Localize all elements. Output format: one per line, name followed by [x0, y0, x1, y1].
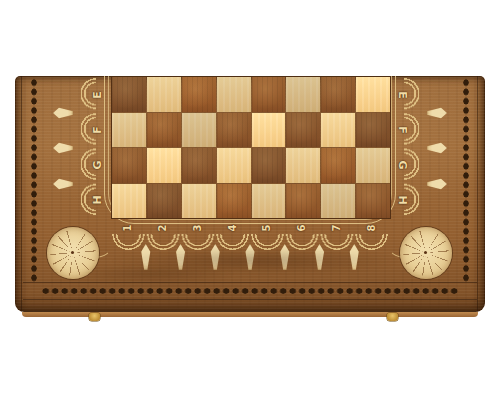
rank-label-right-h: H — [395, 193, 409, 207]
rank-label-left-e: E — [91, 88, 105, 102]
board-square — [252, 148, 286, 183]
edge-groove-bottom-lower — [23, 299, 477, 300]
board-square — [286, 113, 320, 148]
board-square — [147, 184, 181, 219]
board-square — [147, 148, 181, 183]
tulip-drop-ornament — [348, 244, 360, 270]
palmette-ornament-right-2 — [427, 141, 447, 155]
palmette-ornament-left-3 — [53, 177, 73, 191]
board-square — [147, 77, 181, 112]
board-square — [217, 113, 251, 148]
tulip-drop-ornament — [279, 244, 291, 270]
board-square — [217, 148, 251, 183]
tulip-drop-ornament — [209, 244, 221, 270]
product-photo: E F G H E F G H 1 2 3 4 5 6 7 8 — [0, 0, 500, 400]
board-square — [182, 77, 216, 112]
board-square — [286, 77, 320, 112]
eternity-rosette-right — [400, 227, 452, 279]
chess-board — [111, 77, 391, 219]
file-label-4: 4 — [226, 221, 240, 235]
board-square — [182, 148, 216, 183]
board-square — [286, 184, 320, 219]
file-label-3: 3 — [191, 221, 205, 235]
tulip-drop-ornament — [314, 244, 326, 270]
board-square — [321, 113, 355, 148]
rank-label-left-f: F — [91, 123, 105, 137]
board-square — [321, 184, 355, 219]
rank-label-left-g: G — [91, 158, 105, 172]
brass-hinge-right — [387, 313, 398, 321]
file-label-7: 7 — [330, 221, 344, 235]
board-square — [182, 113, 216, 148]
carved-bead-border-right — [460, 78, 472, 282]
file-label-8: 8 — [365, 221, 379, 235]
board-square — [112, 184, 146, 219]
board-square — [112, 113, 146, 148]
board-square — [356, 184, 390, 219]
board-square — [217, 77, 251, 112]
board-square — [286, 148, 320, 183]
palmette-ornament-left-2 — [53, 141, 73, 155]
file-label-6: 6 — [295, 221, 309, 235]
rank-label-right-f: F — [395, 123, 409, 137]
tulip-drop-ornament — [140, 244, 152, 270]
palmette-ornament-right-3 — [427, 177, 447, 191]
file-label-2: 2 — [156, 221, 170, 235]
board-square — [252, 77, 286, 112]
edge-groove-right — [477, 76, 478, 312]
brass-hinge-left — [89, 313, 100, 321]
carved-bead-border-left — [28, 78, 40, 282]
board-square — [147, 113, 181, 148]
rank-label-right-e: E — [395, 88, 409, 102]
carved-bead-border-bottom — [41, 285, 459, 297]
file-label-5: 5 — [260, 221, 274, 235]
board-square — [321, 77, 355, 112]
edge-groove-bottom-upper — [23, 282, 477, 283]
board-square — [112, 148, 146, 183]
rank-label-left-h: H — [91, 193, 105, 207]
palmette-ornament-left-1 — [53, 106, 73, 120]
board-square — [252, 113, 286, 148]
wood-stain-overlay-2 — [75, 264, 235, 284]
chess-box-lid: E F G H E F G H 1 2 3 4 5 6 7 8 — [15, 76, 485, 312]
tulip-drop-ornament — [175, 244, 187, 270]
board-square — [356, 113, 390, 148]
board-square — [182, 184, 216, 219]
board-square — [252, 184, 286, 219]
board-square — [356, 77, 390, 112]
board-square — [217, 184, 251, 219]
edge-groove-left — [21, 76, 22, 312]
board-square — [356, 148, 390, 183]
board-square — [112, 77, 146, 112]
palmette-ornament-right-1 — [427, 106, 447, 120]
board-square — [321, 148, 355, 183]
eternity-rosette-left — [47, 227, 99, 279]
file-label-1: 1 — [121, 221, 135, 235]
rank-label-right-g: G — [395, 158, 409, 172]
tulip-drop-ornament — [244, 244, 256, 270]
